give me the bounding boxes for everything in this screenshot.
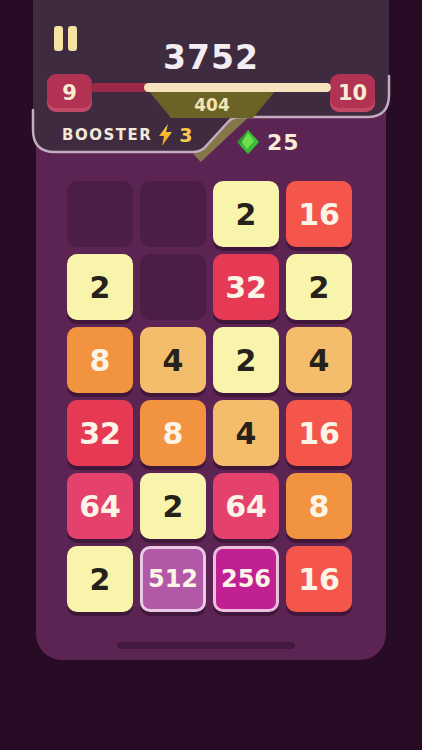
next-level-badge: 10 xyxy=(330,74,375,112)
tile-64[interactable]: 64 xyxy=(213,473,279,539)
tile-32[interactable]: 32 xyxy=(67,400,133,466)
tile-16[interactable]: 16 xyxy=(286,181,352,247)
booster-count: 3 xyxy=(179,124,192,146)
tile-2[interactable]: 2 xyxy=(67,254,133,320)
tile-16[interactable]: 16 xyxy=(286,400,352,466)
tile-16[interactable]: 16 xyxy=(286,546,352,612)
level-score-value: 404 xyxy=(194,95,230,115)
tile-64[interactable]: 64 xyxy=(67,473,133,539)
booster-label: BOOSTER xyxy=(62,126,152,144)
tile-2[interactable]: 2 xyxy=(213,181,279,247)
empty-cell xyxy=(140,254,206,320)
level-progress-fill xyxy=(144,83,331,92)
gem-counter[interactable]: 25 xyxy=(237,128,300,156)
level-progress-bar xyxy=(91,83,331,92)
home-indicator xyxy=(117,642,295,649)
lightning-bolt-icon xyxy=(158,124,173,146)
tile-8[interactable]: 8 xyxy=(140,400,206,466)
tile-32[interactable]: 32 xyxy=(213,254,279,320)
tile-2[interactable]: 2 xyxy=(67,546,133,612)
booster-button[interactable]: BOOSTER 3 xyxy=(62,122,193,148)
game-screen: 3752 404 9 10 BOOSTER 3 xyxy=(0,0,422,750)
tile-4[interactable]: 4 xyxy=(213,400,279,466)
score-value: 3752 xyxy=(0,38,422,77)
current-level-badge: 9 xyxy=(47,74,92,112)
tile-8[interactable]: 8 xyxy=(67,327,133,393)
tile-2[interactable]: 2 xyxy=(140,473,206,539)
empty-cell xyxy=(67,181,133,247)
header: 3752 404 9 10 BOOSTER 3 xyxy=(0,0,422,160)
tile-2[interactable]: 2 xyxy=(286,254,352,320)
tile-8[interactable]: 8 xyxy=(286,473,352,539)
current-level-value: 9 xyxy=(62,81,77,105)
next-level-value: 10 xyxy=(338,81,367,105)
tile-256[interactable]: 256 xyxy=(213,546,279,612)
level-score-badge: 404 xyxy=(148,90,276,118)
tile-512[interactable]: 512 xyxy=(140,546,206,612)
tile-2[interactable]: 2 xyxy=(213,327,279,393)
board-grid: 21623228424328416642648251225616 xyxy=(67,181,352,612)
green-gem-icon xyxy=(237,130,259,154)
tile-4[interactable]: 4 xyxy=(286,327,352,393)
empty-cell xyxy=(140,181,206,247)
gem-count: 25 xyxy=(267,130,300,155)
tile-4[interactable]: 4 xyxy=(140,327,206,393)
